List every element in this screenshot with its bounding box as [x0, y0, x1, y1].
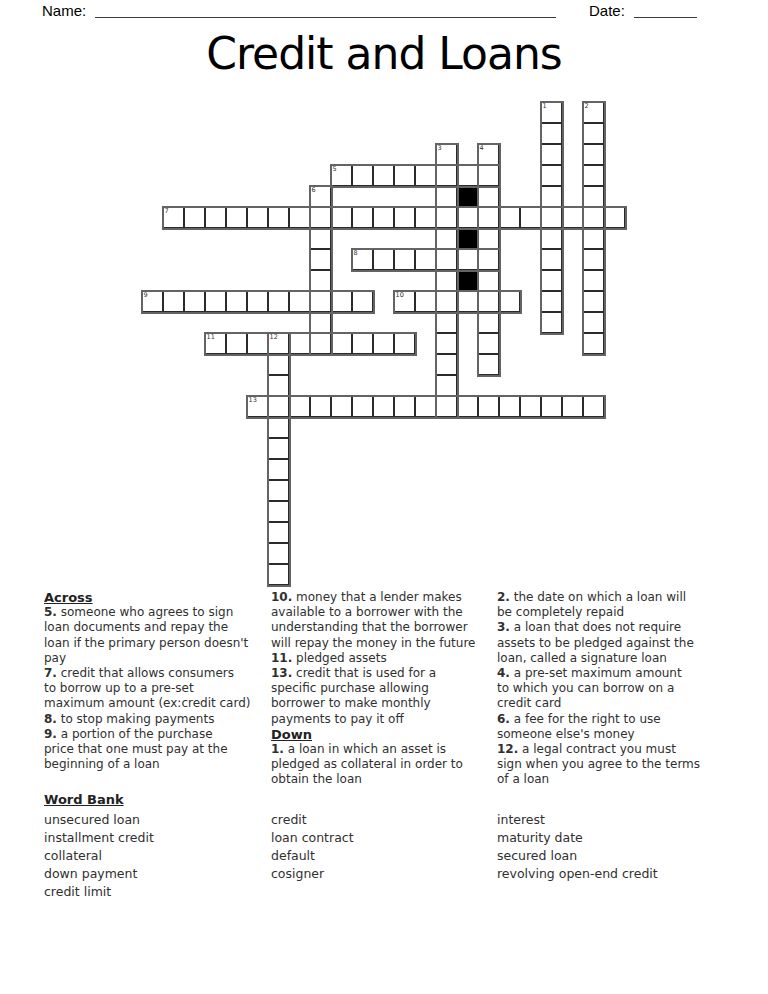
- clue-item: 13. credit that is used for a specific p…: [271, 666, 503, 727]
- grid-cell[interactable]: [247, 207, 268, 228]
- grid-cell[interactable]: [436, 333, 457, 354]
- clue-item: 1. a loan in which an asset is pledged a…: [271, 742, 503, 788]
- grid-cell[interactable]: [226, 291, 247, 312]
- grid-cell[interactable]: [268, 459, 289, 480]
- grid-cell[interactable]: [268, 480, 289, 501]
- clue-item: 12. a legal contract you must sign when …: [497, 742, 729, 788]
- grid-cell[interactable]: [436, 291, 457, 312]
- grid-cell[interactable]: [310, 270, 331, 291]
- word-bank-item: credit limit: [44, 883, 154, 901]
- grid-cell[interactable]: [478, 249, 499, 270]
- word-bank-item: maturity date: [497, 829, 658, 847]
- grid-cell[interactable]: [457, 165, 478, 186]
- word-bank-item: default: [271, 847, 354, 865]
- grid-cell[interactable]: [415, 291, 436, 312]
- grid-cell[interactable]: [583, 165, 604, 186]
- grid-cell[interactable]: [478, 165, 499, 186]
- clue-column-2: 10. money that a lender makes available …: [271, 590, 503, 788]
- grid-cell[interactable]: [457, 396, 478, 417]
- clue-number-label: 6: [312, 187, 316, 194]
- grid-cell[interactable]: [268, 501, 289, 522]
- grid-cell[interactable]: [562, 207, 583, 228]
- clue-item: 2. the date on which a loan will be comp…: [497, 590, 729, 620]
- grid-cell[interactable]: [352, 165, 373, 186]
- word-bank-item: collateral: [44, 847, 154, 865]
- grid-cell[interactable]: [541, 249, 562, 270]
- grid-cell[interactable]: [226, 333, 247, 354]
- grid-cell[interactable]: [478, 228, 499, 249]
- grid-cell[interactable]: [373, 207, 394, 228]
- grid-cell[interactable]: [583, 396, 604, 417]
- grid-cell[interactable]: [415, 165, 436, 186]
- grid-cell[interactable]: [247, 291, 268, 312]
- grid-cell[interactable]: [541, 144, 562, 165]
- grid-cell[interactable]: [373, 396, 394, 417]
- grid-cell[interactable]: [373, 333, 394, 354]
- page-title: Credit and Loans: [0, 24, 768, 84]
- clue-number-label: 13: [249, 397, 257, 404]
- grid-cell[interactable]: [394, 333, 415, 354]
- grid-cell[interactable]: [352, 207, 373, 228]
- clue-column-1: Across5. someone who agrees to sign loan…: [44, 590, 276, 772]
- grid-cell[interactable]: [583, 333, 604, 354]
- grid-cell[interactable]: [373, 165, 394, 186]
- grid-cell[interactable]: [268, 438, 289, 459]
- clue-number-label: 2: [585, 103, 589, 110]
- clue-number-label: 12: [270, 334, 278, 341]
- clue-number-label: 10: [396, 292, 404, 299]
- grid-cell[interactable]: [478, 207, 499, 228]
- clue-section-header: Across: [44, 590, 276, 605]
- word-bank-item: revolving open-end credit: [497, 865, 658, 883]
- grid-cell[interactable]: [541, 123, 562, 144]
- grid-cell[interactable]: [310, 396, 331, 417]
- grid-cell[interactable]: [562, 396, 583, 417]
- clue-number-label: 8: [354, 250, 358, 257]
- grid-cell[interactable]: [289, 333, 310, 354]
- grid-cell[interactable]: [583, 291, 604, 312]
- grid-cell[interactable]: [310, 333, 331, 354]
- grid-cell[interactable]: [541, 228, 562, 249]
- word-bank-item: secured loan: [497, 847, 658, 865]
- grid-cell[interactable]: [184, 207, 205, 228]
- grid-cell[interactable]: [478, 312, 499, 333]
- grid-cell[interactable]: [499, 396, 520, 417]
- grid-cell[interactable]: [415, 396, 436, 417]
- clue-column-3: 2. the date on which a loan will be comp…: [497, 590, 729, 788]
- grid-cell[interactable]: [205, 207, 226, 228]
- grid-cell[interactable]: [289, 396, 310, 417]
- grid-cell[interactable]: [373, 249, 394, 270]
- grid-cell[interactable]: [541, 207, 562, 228]
- clue-item: 9. a portion of the purchase price that …: [44, 727, 276, 773]
- grid-cell[interactable]: [205, 291, 226, 312]
- clue-number-label: 4: [480, 145, 484, 152]
- grid-cell[interactable]: [541, 165, 562, 186]
- grid-cell[interactable]: [583, 123, 604, 144]
- word-bank-item: cosigner: [271, 865, 354, 883]
- grid-cell[interactable]: [436, 207, 457, 228]
- grid-cell[interactable]: [478, 333, 499, 354]
- word-bank-item: interest: [497, 811, 658, 829]
- clue-item: 3. a loan that does not require assets t…: [497, 620, 729, 666]
- grid-cell[interactable]: [478, 186, 499, 207]
- grid-cell[interactable]: [520, 207, 541, 228]
- clue-number-label: 5: [333, 166, 337, 173]
- grid-cell[interactable]: [499, 207, 520, 228]
- grid-cell[interactable]: [604, 207, 625, 228]
- name-input-line[interactable]: [95, 3, 556, 18]
- black-cell: [457, 186, 478, 207]
- grid-cell[interactable]: [520, 396, 541, 417]
- grid-cell[interactable]: [268, 522, 289, 543]
- grid-cell[interactable]: [478, 354, 499, 375]
- grid-cell[interactable]: [436, 354, 457, 375]
- clue-number-label: 7: [165, 208, 169, 215]
- grid-cell[interactable]: [541, 396, 562, 417]
- grid-cell[interactable]: [310, 207, 331, 228]
- clue-number-label: 9: [144, 292, 148, 299]
- grid-cell[interactable]: [583, 249, 604, 270]
- grid-cell[interactable]: [457, 207, 478, 228]
- clue-section-header: Down: [271, 727, 503, 742]
- grid-cell[interactable]: [268, 291, 289, 312]
- grid-cell[interactable]: [289, 291, 310, 312]
- grid-cell[interactable]: [436, 312, 457, 333]
- grid-cell[interactable]: [583, 312, 604, 333]
- word-bank-item: credit: [271, 811, 354, 829]
- grid-cell[interactable]: [478, 291, 499, 312]
- grid-cell[interactable]: [436, 396, 457, 417]
- grid-cell[interactable]: [163, 291, 184, 312]
- grid-cell[interactable]: [331, 207, 352, 228]
- clue-number-label: 3: [438, 145, 442, 152]
- crossword-grid: 12345678910111213: [142, 102, 625, 585]
- name-label: Name:: [42, 2, 86, 19]
- grid-cell[interactable]: [268, 543, 289, 564]
- grid-cell[interactable]: [436, 165, 457, 186]
- word-bank-title: Word Bank: [44, 792, 124, 807]
- clue-item: 10. money that a lender makes available …: [271, 590, 503, 651]
- word-bank-item: down payment: [44, 865, 154, 883]
- grid-cell[interactable]: [268, 564, 289, 585]
- grid-cell[interactable]: [226, 207, 247, 228]
- clue-item: 8. to stop making payments: [44, 712, 276, 727]
- clue-number-label: 1: [543, 103, 547, 110]
- grid-cell[interactable]: [583, 207, 604, 228]
- grid-cell[interactable]: [436, 375, 457, 396]
- grid-cell[interactable]: [352, 291, 373, 312]
- grid-cell[interactable]: [583, 186, 604, 207]
- grid-cell[interactable]: [394, 249, 415, 270]
- grid-cell[interactable]: [436, 186, 457, 207]
- grid-cell[interactable]: [352, 333, 373, 354]
- black-cell: [457, 270, 478, 291]
- grid-cell[interactable]: [184, 291, 205, 312]
- clue-item: 5. someone who agrees to sign loan docum…: [44, 605, 276, 666]
- grid-cell[interactable]: [541, 312, 562, 333]
- grid-cell[interactable]: [478, 396, 499, 417]
- grid-cell[interactable]: [247, 333, 268, 354]
- grid-cell[interactable]: [310, 312, 331, 333]
- grid-cell[interactable]: [331, 333, 352, 354]
- clue-number-label: 11: [207, 334, 215, 341]
- grid-cell[interactable]: [541, 270, 562, 291]
- grid-cell[interactable]: [583, 228, 604, 249]
- word-bank-column-2: creditloan contractdefaultcosigner: [271, 811, 354, 883]
- word-bank-item: loan contract: [271, 829, 354, 847]
- grid-cell[interactable]: [331, 396, 352, 417]
- grid-cell[interactable]: [583, 144, 604, 165]
- grid-cell[interactable]: [289, 207, 310, 228]
- grid-cell[interactable]: [415, 207, 436, 228]
- clue-item: 6. a fee for the right to use someone el…: [497, 712, 729, 742]
- word-bank-item: installment credit: [44, 829, 154, 847]
- grid-cell[interactable]: [394, 207, 415, 228]
- grid-cell[interactable]: [478, 270, 499, 291]
- grid-cell[interactable]: [583, 270, 604, 291]
- word-bank-column-3: interestmaturity datesecured loanrevolvi…: [497, 811, 658, 883]
- date-label: Date:: [589, 2, 625, 19]
- date-input-line[interactable]: [634, 3, 697, 18]
- grid-cell[interactable]: [331, 291, 352, 312]
- grid-cell[interactable]: [310, 291, 331, 312]
- grid-cell[interactable]: [541, 186, 562, 207]
- grid-cell[interactable]: [436, 270, 457, 291]
- grid-cell[interactable]: [499, 291, 520, 312]
- word-bank-column-1: unsecured loaninstallment creditcollater…: [44, 811, 154, 901]
- grid-cell[interactable]: [268, 207, 289, 228]
- grid-cell[interactable]: [541, 291, 562, 312]
- grid-cell[interactable]: [415, 249, 436, 270]
- grid-cell[interactable]: [436, 228, 457, 249]
- grid-cell[interactable]: [394, 165, 415, 186]
- clue-item: 7. credit that allows consumers to borro…: [44, 666, 276, 712]
- grid-cell[interactable]: [352, 396, 373, 417]
- grid-cell[interactable]: [436, 249, 457, 270]
- black-cell: [457, 228, 478, 249]
- worksheet-page: Name: Date: Credit and Loans 12345678910…: [0, 0, 768, 994]
- clue-item: 4. a pre-set maximum amount to which you…: [497, 666, 729, 712]
- grid-cell[interactable]: [268, 417, 289, 438]
- grid-cell[interactable]: [268, 375, 289, 396]
- word-bank-item: unsecured loan: [44, 811, 154, 829]
- grid-cell[interactable]: [310, 228, 331, 249]
- grid-cell[interactable]: [394, 396, 415, 417]
- grid-cell[interactable]: [268, 396, 289, 417]
- grid-cell[interactable]: [310, 249, 331, 270]
- grid-cell[interactable]: [457, 291, 478, 312]
- clue-item: 11. pledged assets: [271, 651, 503, 666]
- grid-cell[interactable]: [457, 249, 478, 270]
- grid-cell[interactable]: [268, 354, 289, 375]
